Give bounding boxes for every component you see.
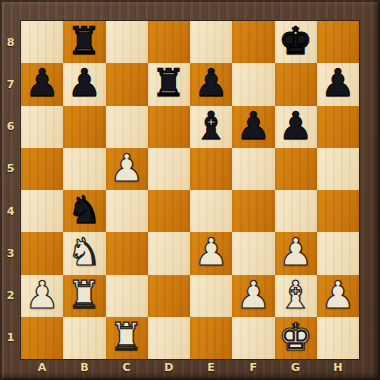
square-c4[interactable] bbox=[106, 190, 148, 232]
square-f4[interactable] bbox=[232, 190, 274, 232]
piece-black-rook[interactable]: ♜ bbox=[152, 64, 186, 102]
piece-white-pawn[interactable]: ♟ bbox=[194, 233, 228, 271]
square-a8[interactable] bbox=[21, 21, 63, 63]
piece-white-pawn[interactable]: ♟ bbox=[236, 276, 270, 314]
square-b6[interactable] bbox=[63, 106, 105, 148]
square-f8[interactable] bbox=[232, 21, 274, 63]
file-label-d: D bbox=[148, 358, 190, 377]
square-h8[interactable] bbox=[317, 21, 359, 63]
piece-white-pawn[interactable]: ♟ bbox=[25, 276, 59, 314]
piece-white-pawn[interactable]: ♟ bbox=[110, 149, 144, 187]
piece-white-knight[interactable]: ♞ bbox=[67, 233, 101, 271]
file-label-a: A bbox=[21, 358, 63, 377]
square-e1[interactable] bbox=[190, 317, 232, 359]
square-e3[interactable]: ♟ bbox=[190, 232, 232, 274]
file-label-f: F bbox=[232, 358, 274, 377]
piece-black-pawn[interactable]: ♟ bbox=[25, 64, 59, 102]
piece-white-pawn[interactable]: ♟ bbox=[279, 233, 313, 271]
piece-black-bishop[interactable]: ♝ bbox=[194, 107, 228, 145]
file-label-g: G bbox=[275, 358, 317, 377]
square-f1[interactable] bbox=[232, 317, 274, 359]
square-e2[interactable] bbox=[190, 275, 232, 317]
square-d3[interactable] bbox=[148, 232, 190, 274]
piece-white-king[interactable]: ♚ bbox=[279, 318, 313, 356]
piece-black-pawn[interactable]: ♟ bbox=[279, 107, 313, 145]
rank-label-2: 2 bbox=[0, 275, 21, 317]
square-g6[interactable]: ♟ bbox=[275, 106, 317, 148]
square-h4[interactable] bbox=[317, 190, 359, 232]
rank-labels: 87654321 bbox=[0, 21, 21, 359]
square-e6[interactable]: ♝ bbox=[190, 106, 232, 148]
rank-label-8: 8 bbox=[0, 21, 21, 63]
square-b8[interactable]: ♜ bbox=[63, 21, 105, 63]
square-c6[interactable] bbox=[106, 106, 148, 148]
square-d5[interactable] bbox=[148, 148, 190, 190]
square-g7[interactable] bbox=[275, 63, 317, 105]
square-h7[interactable]: ♟ bbox=[317, 63, 359, 105]
square-h1[interactable] bbox=[317, 317, 359, 359]
square-g8[interactable]: ♚ bbox=[275, 21, 317, 63]
rank-label-3: 3 bbox=[0, 232, 21, 274]
square-h6[interactable] bbox=[317, 106, 359, 148]
square-d1[interactable] bbox=[148, 317, 190, 359]
square-a1[interactable] bbox=[21, 317, 63, 359]
piece-black-pawn[interactable]: ♟ bbox=[321, 64, 355, 102]
piece-black-king[interactable]: ♚ bbox=[279, 22, 313, 60]
square-b3[interactable]: ♞ bbox=[63, 232, 105, 274]
square-a3[interactable] bbox=[21, 232, 63, 274]
square-f3[interactable] bbox=[232, 232, 274, 274]
square-f2[interactable]: ♟ bbox=[232, 275, 274, 317]
square-d2[interactable] bbox=[148, 275, 190, 317]
file-label-b: B bbox=[63, 358, 105, 377]
square-f6[interactable]: ♟ bbox=[232, 106, 274, 148]
square-a4[interactable] bbox=[21, 190, 63, 232]
square-b5[interactable] bbox=[63, 148, 105, 190]
piece-white-pawn[interactable]: ♟ bbox=[321, 276, 355, 314]
square-d8[interactable] bbox=[148, 21, 190, 63]
square-g4[interactable] bbox=[275, 190, 317, 232]
file-label-c: C bbox=[106, 358, 148, 377]
square-h2[interactable]: ♟ bbox=[317, 275, 359, 317]
rank-label-5: 5 bbox=[0, 148, 21, 190]
rank-label-6: 6 bbox=[0, 106, 21, 148]
square-a5[interactable] bbox=[21, 148, 63, 190]
square-d4[interactable] bbox=[148, 190, 190, 232]
piece-black-rook[interactable]: ♜ bbox=[67, 22, 101, 60]
square-b4[interactable]: ♞ bbox=[63, 190, 105, 232]
square-g3[interactable]: ♟ bbox=[275, 232, 317, 274]
file-label-e: E bbox=[190, 358, 232, 377]
square-c5[interactable]: ♟ bbox=[106, 148, 148, 190]
square-c7[interactable] bbox=[106, 63, 148, 105]
square-b7[interactable]: ♟ bbox=[63, 63, 105, 105]
square-c3[interactable] bbox=[106, 232, 148, 274]
square-f7[interactable] bbox=[232, 63, 274, 105]
square-g2[interactable]: ♝ bbox=[275, 275, 317, 317]
square-c2[interactable] bbox=[106, 275, 148, 317]
rank-label-4: 4 bbox=[0, 190, 21, 232]
square-d6[interactable] bbox=[148, 106, 190, 148]
board: ♜♚♟♟♜♟♟♝♟♟♟♞♞♟♟♟♜♟♝♟♜♚ bbox=[21, 21, 359, 359]
square-e8[interactable] bbox=[190, 21, 232, 63]
square-e5[interactable] bbox=[190, 148, 232, 190]
square-e7[interactable]: ♟ bbox=[190, 63, 232, 105]
rank-label-7: 7 bbox=[0, 63, 21, 105]
piece-black-knight[interactable]: ♞ bbox=[67, 191, 101, 229]
chess-board-frame: ♜♚♟♟♜♟♟♝♟♟♟♞♞♟♟♟♜♟♝♟♜♚ 87654321 ABCDEFGH bbox=[0, 0, 380, 380]
piece-white-rook[interactable]: ♜ bbox=[67, 276, 101, 314]
square-e4[interactable] bbox=[190, 190, 232, 232]
rank-label-1: 1 bbox=[0, 317, 21, 359]
piece-white-bishop[interactable]: ♝ bbox=[279, 276, 313, 314]
piece-black-pawn[interactable]: ♟ bbox=[236, 107, 270, 145]
square-g5[interactable] bbox=[275, 148, 317, 190]
square-f5[interactable] bbox=[232, 148, 274, 190]
square-c1[interactable]: ♜ bbox=[106, 317, 148, 359]
square-b1[interactable] bbox=[63, 317, 105, 359]
square-d7[interactable]: ♜ bbox=[148, 63, 190, 105]
square-h5[interactable] bbox=[317, 148, 359, 190]
square-a7[interactable]: ♟ bbox=[21, 63, 63, 105]
file-labels: ABCDEFGH bbox=[21, 358, 359, 377]
square-a2[interactable]: ♟ bbox=[21, 275, 63, 317]
piece-white-rook[interactable]: ♜ bbox=[110, 318, 144, 356]
file-label-h: H bbox=[317, 358, 359, 377]
square-c8[interactable] bbox=[106, 21, 148, 63]
piece-black-pawn[interactable]: ♟ bbox=[194, 64, 228, 102]
square-a6[interactable] bbox=[21, 106, 63, 148]
square-h3[interactable] bbox=[317, 232, 359, 274]
square-b2[interactable]: ♜ bbox=[63, 275, 105, 317]
piece-black-pawn[interactable]: ♟ bbox=[67, 64, 101, 102]
square-g1[interactable]: ♚ bbox=[275, 317, 317, 359]
